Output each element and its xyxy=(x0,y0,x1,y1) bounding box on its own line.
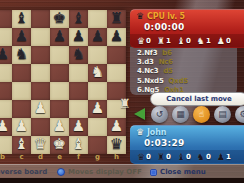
square-d7[interactable] xyxy=(31,28,50,46)
white-move: Nf3 xyxy=(144,49,157,57)
black-pawn: ♟ xyxy=(110,28,123,44)
square-g6[interactable] xyxy=(88,46,107,64)
move-row: 4.Nc3d5 xyxy=(137,67,237,76)
square-c1[interactable]: ♝ xyxy=(12,136,31,154)
captured-count: 1 xyxy=(166,37,171,45)
white-pawn: ♟ xyxy=(34,100,47,116)
human-captured-knight: ♞0 xyxy=(197,152,211,162)
square-f5[interactable] xyxy=(69,64,88,82)
move-list: 2.Nf3b63.d3Nc64.Nc3d55.Nxd5Qxd56.Ng5Qxh1 xyxy=(130,47,237,95)
black-knight: ♞ xyxy=(72,46,85,62)
square-c7[interactable]: ♟ xyxy=(12,28,31,46)
white-move: d3 xyxy=(144,58,153,66)
human-captured-bishop: ♝0 xyxy=(177,152,191,162)
reverse-board-button[interactable]: Reverse board xyxy=(0,165,47,179)
bishop-icon: ♝ xyxy=(177,36,185,46)
square-e8[interactable]: ♚ xyxy=(50,10,69,28)
white-queen: ♛ xyxy=(34,136,47,152)
white-pawn: ♟ xyxy=(0,118,9,134)
hand-icon[interactable]: ☝ xyxy=(193,106,210,123)
square-b2[interactable]: ♟ xyxy=(0,118,12,136)
square-g4[interactable] xyxy=(88,82,107,100)
square-c6[interactable]: ♞ xyxy=(12,46,31,64)
white-knight: ♞ xyxy=(91,64,104,80)
knight-icon: ♞ xyxy=(197,152,205,162)
knight-icon: ♞ xyxy=(197,36,205,46)
board-icon: ▦ xyxy=(176,109,185,119)
file-label-c: c xyxy=(12,153,31,162)
cpu-player-name: CPU lv. 5 xyxy=(147,12,185,21)
black-move: d5 xyxy=(163,67,172,75)
queen-icon: ♛ xyxy=(137,152,145,162)
cpu-captured-pawn: ♟0 xyxy=(217,36,231,46)
circle-button-icon xyxy=(57,168,65,176)
white-pawn: ♟ xyxy=(15,118,28,134)
square-g2[interactable] xyxy=(88,118,107,136)
captured-count: 0 xyxy=(166,153,171,161)
move-row: 3.d3Nc6 xyxy=(137,58,237,67)
captured-count: 0 xyxy=(186,37,191,45)
square-c3[interactable] xyxy=(12,100,31,118)
black-pawn: ♟ xyxy=(72,28,85,44)
move-row: 2.Nf3b6 xyxy=(137,49,237,58)
square-f7[interactable]: ♟ xyxy=(69,28,88,46)
hand-icon: ☝ xyxy=(199,109,204,119)
game-screen: ♜♝♚♝♜♟♟♟♟♟♟♟♞♞♞♟♟♟♟♟♟♟♟♜♝♛♚♝♛ abcdefgh ♜… xyxy=(0,0,244,183)
square-b6[interactable]: ♟ xyxy=(0,46,12,64)
cpu-captured-queen: ♛0 xyxy=(137,36,151,46)
square-e1[interactable]: ♚ xyxy=(50,136,69,154)
square-b8[interactable] xyxy=(0,10,12,28)
cpu-captured-knight: ♞1 xyxy=(197,36,211,46)
file-labels: abcdefgh xyxy=(0,153,126,162)
pawn-icon: ♟ xyxy=(217,36,225,46)
black-queen: ♛ xyxy=(110,136,123,152)
square-h2[interactable]: ♟ xyxy=(107,118,126,136)
square-d8[interactable] xyxy=(31,10,50,28)
screen-bottom-edge xyxy=(0,178,244,183)
captured-count: 0 xyxy=(186,153,191,161)
square-b5[interactable] xyxy=(0,64,12,82)
notes-icon[interactable]: ▤ xyxy=(214,106,231,123)
white-pawn: ♟ xyxy=(91,100,104,116)
white-pawn: ♟ xyxy=(110,118,123,134)
square-g7[interactable]: ♟ xyxy=(88,28,107,46)
black-move: Nc6 xyxy=(159,58,173,66)
board-icon[interactable]: ▦ xyxy=(172,106,189,123)
square-d1[interactable]: ♛ xyxy=(31,136,50,154)
square-h1[interactable]: ♛ xyxy=(107,136,126,154)
captured-tray-piece: ♜ xyxy=(119,96,131,111)
action-icon-row: ↺▦☝▤⚙ xyxy=(134,104,244,124)
notes-icon: ▤ xyxy=(218,109,227,119)
square-d3[interactable]: ♟ xyxy=(31,100,50,118)
square-b4[interactable] xyxy=(0,82,12,100)
square-e6[interactable] xyxy=(50,46,69,64)
white-crown-icon: ♛ xyxy=(136,127,144,137)
close-menu-button[interactable]: Close menu xyxy=(150,165,206,179)
white-pawn: ♟ xyxy=(53,118,66,134)
square-e3[interactable] xyxy=(50,100,69,118)
cpu-clock: 0:00:00 xyxy=(130,22,244,33)
square-f4[interactable] xyxy=(69,82,88,100)
square-f8[interactable]: ♝ xyxy=(69,10,88,28)
white-bishop: ♝ xyxy=(15,136,28,152)
undo-icon[interactable]: ↺ xyxy=(151,106,168,123)
file-label-b: b xyxy=(0,153,12,162)
square-g8[interactable] xyxy=(88,10,107,28)
black-pawn: ♟ xyxy=(0,46,9,62)
file-label-e: e xyxy=(50,153,69,162)
undo-icon: ↺ xyxy=(156,109,164,119)
square-h6[interactable] xyxy=(107,46,126,64)
file-label-h: h xyxy=(107,153,126,162)
cpu-captured-pieces: ♛0♜1♝0♞1♟0 xyxy=(130,34,244,47)
captured-count: 0 xyxy=(226,37,231,45)
black-bishop: ♝ xyxy=(15,10,28,26)
captured-count: 1 xyxy=(206,37,211,45)
square-h7[interactable]: ♟ xyxy=(107,28,126,46)
square-g5[interactable]: ♞ xyxy=(88,64,107,82)
square-c4[interactable] xyxy=(12,82,31,100)
file-label-d: d xyxy=(31,153,50,162)
captured-count: 0 xyxy=(146,37,151,45)
square-c5[interactable] xyxy=(12,64,31,82)
square-e2[interactable]: ♟ xyxy=(50,118,69,136)
white-move: Nxd5 xyxy=(144,77,163,85)
square-f2[interactable]: ♟ xyxy=(69,118,88,136)
cancel-last-move-button[interactable]: Cancel last move xyxy=(150,92,244,106)
square-e7[interactable]: ♟ xyxy=(50,28,69,46)
square-d4[interactable] xyxy=(31,82,50,100)
square-c2[interactable]: ♟ xyxy=(12,118,31,136)
human-player-name: John xyxy=(147,128,166,137)
square-c8[interactable]: ♝ xyxy=(12,10,31,28)
white-king: ♚ xyxy=(53,136,66,152)
square-b7[interactable] xyxy=(0,28,12,46)
white-move: Nc3 xyxy=(144,67,158,75)
bishop-icon: ♝ xyxy=(177,152,185,162)
square-d5[interactable] xyxy=(31,64,50,82)
cpu-captured-rook: ♜1 xyxy=(157,36,171,46)
back-arrow-icon[interactable] xyxy=(134,108,145,120)
moves-display-toggle[interactable]: Moves display OFF xyxy=(57,165,142,179)
square-f6[interactable]: ♞ xyxy=(69,46,88,64)
square-e5[interactable] xyxy=(50,64,69,82)
square-f3[interactable] xyxy=(69,100,88,118)
moves-display-label: Moves display OFF xyxy=(68,168,142,176)
square-b3[interactable] xyxy=(0,100,12,118)
queen-icon: ♛ xyxy=(137,36,145,46)
square-f1[interactable]: ♝ xyxy=(69,136,88,154)
square-button-icon xyxy=(150,169,157,176)
white-pawn: ♟ xyxy=(72,118,85,134)
file-label-f: f xyxy=(69,153,88,162)
file-label-g: g xyxy=(88,153,107,162)
human-captured-rook: ♜0 xyxy=(157,152,171,162)
black-move: b6 xyxy=(162,49,171,57)
square-g1[interactable] xyxy=(88,136,107,154)
close-menu-label: Close menu xyxy=(160,168,206,176)
rook-icon: ♜ xyxy=(157,36,165,46)
captured-count: 1 xyxy=(226,153,231,161)
black-pawn: ♟ xyxy=(15,28,28,44)
cpu-player-panel: ♛ CPU lv. 5 0:00:00 ♛0♜1♝0♞1♟0 xyxy=(130,9,244,48)
black-move: Qxd5 xyxy=(169,77,189,85)
chess-board: ♜♝♚♝♜♟♟♟♟♟♟♟♞♞♞♟♟♟♟♟♟♟♟♜♝♛♚♝♛ xyxy=(0,10,126,154)
square-d2[interactable] xyxy=(31,118,50,136)
human-captured-pieces: ♛0♜0♝0♞0♟1 xyxy=(130,150,244,163)
bottom-button-bar: Reverse board Moves display OFF Close me… xyxy=(0,164,244,179)
white-bishop: ♝ xyxy=(72,136,85,152)
tools-icon[interactable]: ⚙ xyxy=(235,106,244,123)
square-h8[interactable]: ♜ xyxy=(107,10,126,28)
captured-count: 0 xyxy=(146,153,151,161)
human-player-panel: ♛ John 0:03:29 ♛0♜0♝0♞0♟1 xyxy=(130,125,244,164)
human-captured-queen: ♛0 xyxy=(137,152,151,162)
human-clock: 0:03:29 xyxy=(130,138,244,149)
square-d6[interactable] xyxy=(31,46,50,64)
black-pawn: ♟ xyxy=(53,28,66,44)
human-captured-pawn: ♟1 xyxy=(217,152,231,162)
reverse-board-label: Reverse board xyxy=(0,168,47,176)
rook-icon: ♜ xyxy=(157,152,165,162)
tools-icon: ⚙ xyxy=(239,109,244,119)
pawn-icon: ♟ xyxy=(217,152,225,162)
black-knight: ♞ xyxy=(15,46,28,62)
move-row: 5.Nxd5Qxd5 xyxy=(137,77,237,86)
black-king: ♚ xyxy=(53,10,66,26)
square-e4[interactable] xyxy=(50,82,69,100)
square-g3[interactable]: ♟ xyxy=(88,100,107,118)
cpu-captured-bishop: ♝0 xyxy=(177,36,191,46)
square-h5[interactable] xyxy=(107,64,126,82)
black-bishop: ♝ xyxy=(72,10,85,26)
black-pawn: ♟ xyxy=(91,28,104,44)
captured-count: 0 xyxy=(206,153,211,161)
black-rook: ♜ xyxy=(110,10,123,26)
square-b1[interactable] xyxy=(0,136,12,154)
black-crown-icon: ♛ xyxy=(136,11,144,21)
